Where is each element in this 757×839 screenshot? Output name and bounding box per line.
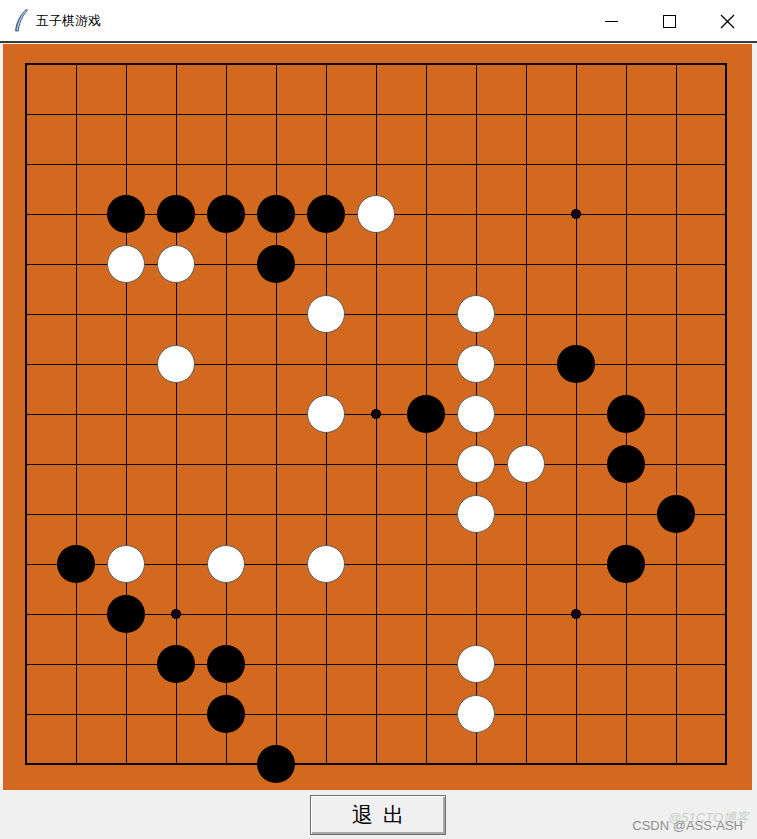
board-cell[interactable] <box>101 589 151 639</box>
white-stone <box>157 245 195 283</box>
black-stone <box>257 745 295 783</box>
board-cell[interactable] <box>51 89 101 139</box>
board-cell[interactable] <box>451 89 501 139</box>
board-cell[interactable] <box>201 39 251 89</box>
board-cell[interactable] <box>351 639 401 689</box>
board-cell[interactable] <box>701 589 751 639</box>
board-cell[interactable] <box>451 139 501 189</box>
board-cell[interactable] <box>1 589 51 639</box>
board-cell[interactable] <box>401 639 451 689</box>
board-cell[interactable] <box>651 289 701 339</box>
board-cell[interactable] <box>301 689 351 739</box>
white-stone <box>207 545 245 583</box>
board-cell[interactable] <box>251 489 301 539</box>
board-cell[interactable] <box>401 489 451 539</box>
white-stone <box>457 445 495 483</box>
board-cell[interactable] <box>601 539 651 589</box>
board-cell[interactable] <box>501 239 551 289</box>
white-stone <box>507 445 545 483</box>
white-stone <box>357 195 395 233</box>
board-cell[interactable] <box>1 89 51 139</box>
board-cell[interactable] <box>601 289 651 339</box>
board-cell[interactable] <box>51 139 101 189</box>
black-stone <box>607 545 645 583</box>
close-icon <box>720 14 735 29</box>
board-cell[interactable] <box>701 739 751 789</box>
board-cell[interactable] <box>501 389 551 439</box>
board-cell[interactable] <box>651 739 701 789</box>
board-cell[interactable] <box>601 139 651 189</box>
board-cell[interactable] <box>351 589 401 639</box>
gomoku-board[interactable] <box>3 44 752 790</box>
board-cell[interactable] <box>1 439 51 489</box>
board-cell[interactable] <box>101 139 151 189</box>
board-cell[interactable] <box>651 89 701 139</box>
board-cell[interactable] <box>151 589 201 639</box>
white-stone <box>307 545 345 583</box>
board-cell[interactable] <box>401 339 451 389</box>
board-cell[interactable] <box>501 589 551 639</box>
board-cell[interactable] <box>401 89 451 139</box>
board-cell[interactable] <box>351 39 401 89</box>
white-stone <box>457 345 495 383</box>
board-cell[interactable] <box>501 439 551 489</box>
board-cell[interactable] <box>51 739 101 789</box>
board-cell[interactable] <box>551 189 601 239</box>
board-cell[interactable] <box>101 89 151 139</box>
board-cell[interactable] <box>551 89 601 139</box>
board-cell[interactable] <box>701 389 751 439</box>
board-cell[interactable] <box>501 39 551 89</box>
black-stone <box>157 645 195 683</box>
board-cell[interactable] <box>101 439 151 489</box>
board-cell[interactable] <box>51 39 101 89</box>
board-cell[interactable] <box>351 89 401 139</box>
board-cell[interactable] <box>101 689 151 739</box>
board-cell[interactable] <box>651 139 701 189</box>
board-cell[interactable] <box>251 289 301 339</box>
board-cell[interactable] <box>1 689 51 739</box>
board-cell[interactable] <box>301 189 351 239</box>
black-stone <box>657 495 695 533</box>
board-cell[interactable] <box>51 189 101 239</box>
board-cell[interactable] <box>351 439 401 489</box>
board-cell[interactable] <box>101 739 151 789</box>
board-cell[interactable] <box>451 739 501 789</box>
white-stone <box>307 295 345 333</box>
board-cell[interactable] <box>151 689 201 739</box>
board-cell[interactable] <box>201 739 251 789</box>
board-cell[interactable] <box>551 389 601 439</box>
board-cell[interactable] <box>701 439 751 489</box>
board-cell[interactable] <box>251 739 301 789</box>
white-stone <box>457 295 495 333</box>
board-cell[interactable] <box>151 639 201 689</box>
board-cell[interactable] <box>701 639 751 689</box>
board-cell[interactable] <box>551 739 601 789</box>
board-cell[interactable] <box>201 539 251 589</box>
board-cell[interactable] <box>201 289 251 339</box>
board-cell[interactable] <box>501 339 551 389</box>
board-cell[interactable] <box>1 739 51 789</box>
board-cell[interactable] <box>451 339 501 389</box>
white-stone <box>457 695 495 733</box>
black-stone <box>107 595 145 633</box>
board-cell[interactable] <box>201 689 251 739</box>
board-cell[interactable] <box>151 189 201 239</box>
board-cell[interactable] <box>501 189 551 239</box>
board-cell[interactable] <box>1 489 51 539</box>
board-cell[interactable] <box>151 539 201 589</box>
board-cell[interactable] <box>551 239 601 289</box>
board-cell[interactable] <box>451 489 501 539</box>
board-cell[interactable] <box>151 289 201 339</box>
board-cell[interactable] <box>651 489 701 539</box>
board-cell[interactable] <box>551 139 601 189</box>
board-cell[interactable] <box>601 239 651 289</box>
black-stone <box>607 445 645 483</box>
board-cell[interactable] <box>451 639 501 689</box>
maximize-icon <box>663 15 676 28</box>
board-cell[interactable] <box>201 589 251 639</box>
white-stone <box>307 395 345 433</box>
black-stone <box>57 545 95 583</box>
board-cell[interactable] <box>1 39 51 89</box>
board-cell[interactable] <box>351 139 401 189</box>
board-cell[interactable] <box>51 239 101 289</box>
title-bar: 五子棋游戏 <box>0 0 757 41</box>
board-cell[interactable] <box>251 339 301 389</box>
board-cell[interactable] <box>51 639 101 689</box>
board-cell[interactable] <box>201 139 251 189</box>
board-cell[interactable] <box>301 389 351 439</box>
board-cell[interactable] <box>401 439 451 489</box>
board-cell[interactable] <box>401 739 451 789</box>
board-cell[interactable] <box>51 289 101 339</box>
board-cell[interactable] <box>351 189 401 239</box>
board-cell[interactable] <box>101 389 151 439</box>
app-window: 五子棋游戏 退出 @51CTO博客 CSDN @ASS-ASH <box>0 0 757 839</box>
black-stone <box>557 345 595 383</box>
board-cell[interactable] <box>101 39 151 89</box>
board-cell[interactable] <box>151 239 201 289</box>
board-cell[interactable] <box>301 139 351 189</box>
white-stone <box>457 395 495 433</box>
board-cell[interactable] <box>51 689 101 739</box>
board-cell[interactable] <box>651 339 701 389</box>
board-cell[interactable] <box>401 689 451 739</box>
board-cell[interactable] <box>101 289 151 339</box>
board-cell[interactable] <box>551 689 601 739</box>
board-cell[interactable] <box>251 239 301 289</box>
board-cell[interactable] <box>151 89 201 139</box>
board-cell[interactable] <box>601 39 651 89</box>
board-cell[interactable] <box>301 89 351 139</box>
board-cell[interactable] <box>601 489 651 539</box>
board-cell[interactable] <box>451 589 501 639</box>
board-cell[interactable] <box>51 439 101 489</box>
board-cell[interactable] <box>651 539 701 589</box>
board-cell[interactable] <box>301 289 351 339</box>
board-cell[interactable] <box>401 189 451 239</box>
board-cell[interactable] <box>501 639 551 689</box>
board-cell[interactable] <box>651 39 701 89</box>
board-cell[interactable] <box>351 239 401 289</box>
board-cell[interactable] <box>451 39 501 89</box>
black-stone <box>157 195 195 233</box>
board-cell[interactable] <box>551 39 601 89</box>
black-stone <box>257 245 295 283</box>
board-stones <box>1 39 751 789</box>
black-stone <box>207 695 245 733</box>
board-cell[interactable] <box>651 689 701 739</box>
board-cell[interactable] <box>401 539 451 589</box>
board-cell[interactable] <box>351 739 401 789</box>
board-cell[interactable] <box>651 589 701 639</box>
board-cell[interactable] <box>601 439 651 489</box>
board-cell[interactable] <box>351 689 401 739</box>
board-cell[interactable] <box>701 689 751 739</box>
board-cell[interactable] <box>651 389 701 439</box>
board-cell[interactable] <box>451 189 501 239</box>
black-stone <box>607 395 645 433</box>
board-cell[interactable] <box>301 339 351 389</box>
board-cell[interactable] <box>551 539 601 589</box>
board-cell[interactable] <box>201 489 251 539</box>
board-cell[interactable] <box>151 739 201 789</box>
board-cell[interactable] <box>251 189 301 239</box>
board-cell[interactable] <box>601 639 651 689</box>
board-cell[interactable] <box>701 539 751 589</box>
python-feather-icon <box>12 8 29 33</box>
board-cell[interactable] <box>301 239 351 289</box>
board-cell[interactable] <box>601 189 651 239</box>
board-cell[interactable] <box>201 439 251 489</box>
board-cell[interactable] <box>251 589 301 639</box>
black-stone <box>207 645 245 683</box>
board-cell[interactable] <box>151 389 201 439</box>
window-title: 五子棋游戏 <box>36 0 101 41</box>
board-cell[interactable] <box>501 539 551 589</box>
board-cell[interactable] <box>651 439 701 489</box>
board-cell[interactable] <box>351 539 401 589</box>
board-cell[interactable] <box>501 689 551 739</box>
board-cell[interactable] <box>101 639 151 689</box>
board-cell[interactable] <box>301 489 351 539</box>
white-stone <box>157 345 195 383</box>
board-cell[interactable] <box>601 689 651 739</box>
board-cell[interactable] <box>101 539 151 589</box>
board-cell[interactable] <box>501 739 551 789</box>
black-stone <box>107 195 145 233</box>
board-cell[interactable] <box>151 489 201 539</box>
board-cell[interactable] <box>551 489 601 539</box>
board-cell[interactable] <box>701 489 751 539</box>
board-cell[interactable] <box>551 289 601 339</box>
board-cell[interactable] <box>1 389 51 439</box>
board-cell[interactable] <box>551 639 601 689</box>
board-cell[interactable] <box>451 439 501 489</box>
board-cell[interactable] <box>401 39 451 89</box>
black-stone <box>307 195 345 233</box>
board-cell[interactable] <box>401 239 451 289</box>
board-cell[interactable] <box>201 189 251 239</box>
board-cell[interactable] <box>1 339 51 389</box>
board-cell[interactable] <box>151 39 201 89</box>
board-cell[interactable] <box>1 239 51 289</box>
board-cell[interactable] <box>501 489 551 539</box>
board-cell[interactable] <box>301 589 351 639</box>
board-cell[interactable] <box>151 139 201 189</box>
board-cell[interactable] <box>201 239 251 289</box>
exit-button[interactable]: 退出 <box>310 795 446 835</box>
board-cell[interactable] <box>451 239 501 289</box>
board-cell[interactable] <box>201 339 251 389</box>
board-cell[interactable] <box>701 39 751 89</box>
white-stone <box>107 245 145 283</box>
board-cell[interactable] <box>1 539 51 589</box>
board-cell[interactable] <box>101 189 151 239</box>
board-cell[interactable] <box>701 89 751 139</box>
board-cell[interactable] <box>501 289 551 339</box>
black-stone <box>207 195 245 233</box>
board-cell[interactable] <box>301 439 351 489</box>
board-cell[interactable] <box>651 239 701 289</box>
board-cell[interactable] <box>401 289 451 339</box>
maximize-button[interactable] <box>640 1 698 41</box>
board-cell[interactable] <box>551 589 601 639</box>
board-cell[interactable] <box>251 439 301 489</box>
board-cell[interactable] <box>701 189 751 239</box>
black-stone <box>257 195 295 233</box>
board-cell[interactable] <box>351 389 401 439</box>
board-cell[interactable] <box>301 39 351 89</box>
board-cell[interactable] <box>651 639 701 689</box>
board-cell[interactable] <box>101 489 151 539</box>
board-cell[interactable] <box>451 539 501 589</box>
board-cell[interactable] <box>451 389 501 439</box>
black-stone <box>407 395 445 433</box>
board-cell[interactable] <box>701 239 751 289</box>
board-cell[interactable] <box>251 539 301 589</box>
white-stone <box>107 545 145 583</box>
board-cell[interactable] <box>151 439 201 489</box>
board-cell[interactable] <box>251 139 301 189</box>
board-cell[interactable] <box>701 289 751 339</box>
board-cell[interactable] <box>551 339 601 389</box>
board-cell[interactable] <box>601 389 651 439</box>
board-cell[interactable] <box>501 89 551 139</box>
board-cell[interactable] <box>51 539 101 589</box>
board-cell[interactable] <box>51 489 101 539</box>
board-cell[interactable] <box>301 639 351 689</box>
board-cell[interactable] <box>201 389 251 439</box>
board-cell[interactable] <box>601 339 651 389</box>
board-cell[interactable] <box>601 89 651 139</box>
board-cell[interactable] <box>1 289 51 339</box>
board-cell[interactable] <box>151 339 201 389</box>
board-cell[interactable] <box>1 639 51 689</box>
board-cell[interactable] <box>351 339 401 389</box>
board-cell[interactable] <box>701 139 751 189</box>
board-cell[interactable] <box>351 289 401 339</box>
close-button[interactable] <box>698 1 756 41</box>
board-cell[interactable] <box>1 189 51 239</box>
board-cell[interactable] <box>451 689 501 739</box>
board-cell[interactable] <box>401 139 451 189</box>
board-cell[interactable] <box>51 389 101 439</box>
board-cell[interactable] <box>551 439 601 489</box>
board-cell[interactable] <box>251 389 301 439</box>
board-cell[interactable] <box>401 589 451 639</box>
board-cell[interactable] <box>651 189 701 239</box>
window-body: 退出 @51CTO博客 CSDN @ASS-ASH <box>0 43 757 839</box>
board-cell[interactable] <box>201 89 251 139</box>
board-cell[interactable] <box>101 339 151 389</box>
watermark: CSDN @ASS-ASH <box>632 818 743 833</box>
board-cell[interactable] <box>451 289 501 339</box>
board-cell[interactable] <box>301 739 351 789</box>
board-cell[interactable] <box>51 339 101 389</box>
board-cell[interactable] <box>301 539 351 589</box>
minimize-button[interactable] <box>582 1 640 41</box>
board-cell[interactable] <box>251 89 301 139</box>
window-controls <box>582 1 756 41</box>
board-cell[interactable] <box>201 639 251 689</box>
board-cell[interactable] <box>601 739 651 789</box>
board-cell[interactable] <box>101 239 151 289</box>
board-cell[interactable] <box>601 589 651 639</box>
board-cell[interactable] <box>1 139 51 189</box>
board-cell[interactable] <box>351 489 401 539</box>
board-cell[interactable] <box>251 689 301 739</box>
board-cell[interactable] <box>251 639 301 689</box>
board-cell[interactable] <box>701 339 751 389</box>
board-cell[interactable] <box>51 589 101 639</box>
board-cell[interactable] <box>501 139 551 189</box>
board-cell[interactable] <box>251 39 301 89</box>
white-stone <box>457 645 495 683</box>
white-stone <box>457 495 495 533</box>
minimize-icon <box>605 21 618 22</box>
board-cell[interactable] <box>401 389 451 439</box>
